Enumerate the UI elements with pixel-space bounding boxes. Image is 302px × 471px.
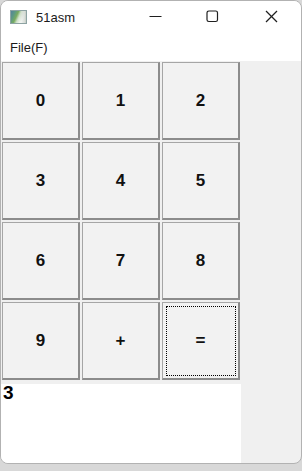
title-bar[interactable]: 51asm bbox=[1, 1, 301, 35]
key-4[interactable]: 4 bbox=[82, 142, 160, 220]
window-title: 51asm bbox=[36, 1, 75, 35]
key-1[interactable]: 1 bbox=[82, 62, 160, 140]
app-icon bbox=[10, 10, 27, 24]
key-5[interactable]: 5 bbox=[162, 142, 240, 220]
menu-bar: File(F) bbox=[1, 35, 301, 61]
key-equals[interactable]: = bbox=[162, 302, 240, 380]
key-2[interactable]: 2 bbox=[162, 62, 240, 140]
key-6[interactable]: 6 bbox=[2, 222, 80, 300]
close-icon bbox=[265, 10, 278, 26]
app-window: 51asm File(F) bbox=[0, 0, 302, 464]
close-button[interactable] bbox=[251, 1, 291, 35]
key-0[interactable]: 0 bbox=[2, 62, 80, 140]
menu-item-file[interactable]: File(F) bbox=[5, 35, 53, 61]
key-3[interactable]: 3 bbox=[2, 142, 80, 220]
key-plus[interactable]: + bbox=[82, 302, 160, 380]
maximize-button[interactable] bbox=[192, 1, 232, 35]
maximize-icon bbox=[206, 10, 219, 26]
minimize-icon bbox=[149, 10, 162, 26]
minimize-button[interactable] bbox=[135, 1, 175, 35]
keypad-grid: 0123456789+= bbox=[2, 62, 240, 380]
key-8[interactable]: 8 bbox=[162, 222, 240, 300]
result-display[interactable]: 3 bbox=[1, 384, 241, 463]
key-7[interactable]: 7 bbox=[82, 222, 160, 300]
key-9[interactable]: 9 bbox=[2, 302, 80, 380]
